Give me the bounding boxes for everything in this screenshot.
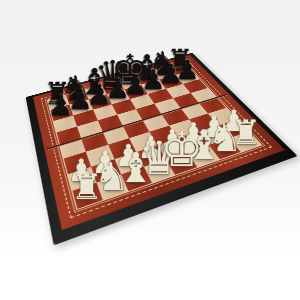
chess-board bbox=[33, 55, 285, 230]
chess-set-photo: ♜♞♝♛♚♝♞♜♟♟♟♟♟♟♟♟♟♟♟♟♟♟♟♟♜♞♝♛♚♝♞♜ bbox=[0, 0, 300, 300]
